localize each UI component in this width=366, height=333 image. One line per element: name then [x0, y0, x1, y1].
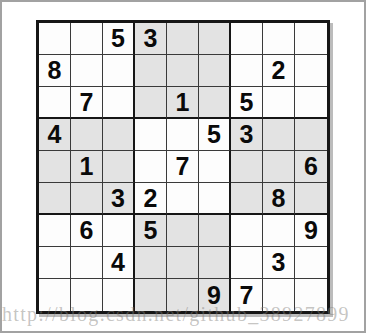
- cell-r3c1[interactable]: [39, 87, 71, 119]
- cell-r8c2[interactable]: [71, 247, 103, 279]
- cell-r9c5[interactable]: [167, 279, 199, 311]
- cell-r8c4[interactable]: [135, 247, 167, 279]
- cell-r1c2[interactable]: [71, 23, 103, 55]
- cell-r9c7[interactable]: 7: [231, 279, 263, 311]
- cell-r5c5[interactable]: 7: [167, 151, 199, 183]
- cell-r3c6[interactable]: [199, 87, 231, 119]
- cell-r4c2[interactable]: [71, 119, 103, 151]
- cell-r8c1[interactable]: [39, 247, 71, 279]
- cell-r6c9[interactable]: [295, 183, 327, 215]
- cell-r4c6[interactable]: 5: [199, 119, 231, 151]
- cell-r7c7[interactable]: [231, 215, 263, 247]
- cell-r9c3[interactable]: [103, 279, 135, 311]
- cell-r6c5[interactable]: [167, 183, 199, 215]
- cell-r2c8[interactable]: 2: [263, 55, 295, 87]
- cell-r2c4[interactable]: [135, 55, 167, 87]
- cell-r6c4[interactable]: 2: [135, 183, 167, 215]
- cell-r5c8[interactable]: [263, 151, 295, 183]
- cell-r2c6[interactable]: [199, 55, 231, 87]
- cell-r6c7[interactable]: [231, 183, 263, 215]
- cell-r5c9[interactable]: 6: [295, 151, 327, 183]
- cell-r6c1[interactable]: [39, 183, 71, 215]
- cell-r3c3[interactable]: [103, 87, 135, 119]
- cell-r6c2[interactable]: [71, 183, 103, 215]
- cell-r2c3[interactable]: [103, 55, 135, 87]
- cell-r1c4[interactable]: 3: [135, 23, 167, 55]
- cell-r3c4[interactable]: [135, 87, 167, 119]
- cell-r1c1[interactable]: [39, 23, 71, 55]
- cell-r2c9[interactable]: [295, 55, 327, 87]
- cell-r3c5[interactable]: 1: [167, 87, 199, 119]
- cell-r5c7[interactable]: [231, 151, 263, 183]
- cell-r4c7[interactable]: 3: [231, 119, 263, 151]
- cell-r2c5[interactable]: [167, 55, 199, 87]
- cell-r9c8[interactable]: [263, 279, 295, 311]
- cell-r1c5[interactable]: [167, 23, 199, 55]
- cell-r9c9[interactable]: [295, 279, 327, 311]
- cell-r9c2[interactable]: [71, 279, 103, 311]
- cell-r5c1[interactable]: [39, 151, 71, 183]
- cell-r2c7[interactable]: [231, 55, 263, 87]
- cell-r1c3[interactable]: 5: [103, 23, 135, 55]
- cell-r7c9[interactable]: 9: [295, 215, 327, 247]
- cell-r4c8[interactable]: [263, 119, 295, 151]
- cell-r8c8[interactable]: 3: [263, 247, 295, 279]
- sudoku-board: 53827154531763286594397: [36, 20, 330, 314]
- cell-r7c6[interactable]: [199, 215, 231, 247]
- sudoku-puzzle-image: 53827154531763286594397 http://blog.csdn…: [0, 0, 366, 333]
- cell-r5c6[interactable]: [199, 151, 231, 183]
- cell-r3c7[interactable]: 5: [231, 87, 263, 119]
- cell-r6c6[interactable]: [199, 183, 231, 215]
- cell-r7c3[interactable]: [103, 215, 135, 247]
- cell-r1c6[interactable]: [199, 23, 231, 55]
- cell-r7c8[interactable]: [263, 215, 295, 247]
- cell-r4c5[interactable]: [167, 119, 199, 151]
- cell-r7c1[interactable]: [39, 215, 71, 247]
- cell-r3c8[interactable]: [263, 87, 295, 119]
- cell-r4c3[interactable]: [103, 119, 135, 151]
- cell-r8c5[interactable]: [167, 247, 199, 279]
- cell-r8c3[interactable]: 4: [103, 247, 135, 279]
- cell-r8c6[interactable]: [199, 247, 231, 279]
- cell-r1c9[interactable]: [295, 23, 327, 55]
- cell-r8c9[interactable]: [295, 247, 327, 279]
- cell-r8c7[interactable]: [231, 247, 263, 279]
- cell-r3c9[interactable]: [295, 87, 327, 119]
- cell-r2c2[interactable]: [71, 55, 103, 87]
- cell-r7c5[interactable]: [167, 215, 199, 247]
- cell-r3c2[interactable]: 7: [71, 87, 103, 119]
- cell-r9c4[interactable]: [135, 279, 167, 311]
- cell-r9c1[interactable]: [39, 279, 71, 311]
- cell-r6c3[interactable]: 3: [103, 183, 135, 215]
- cell-r4c1[interactable]: 4: [39, 119, 71, 151]
- cell-r5c4[interactable]: [135, 151, 167, 183]
- cell-r6c8[interactable]: 8: [263, 183, 295, 215]
- cell-r5c2[interactable]: 1: [71, 151, 103, 183]
- cell-r4c4[interactable]: [135, 119, 167, 151]
- cell-r4c9[interactable]: [295, 119, 327, 151]
- cell-r9c6[interactable]: 9: [199, 279, 231, 311]
- cell-r1c7[interactable]: [231, 23, 263, 55]
- cell-r7c2[interactable]: 6: [71, 215, 103, 247]
- cell-r5c3[interactable]: [103, 151, 135, 183]
- cell-r1c8[interactable]: [263, 23, 295, 55]
- cell-r7c4[interactable]: 5: [135, 215, 167, 247]
- cell-r2c1[interactable]: 8: [39, 55, 71, 87]
